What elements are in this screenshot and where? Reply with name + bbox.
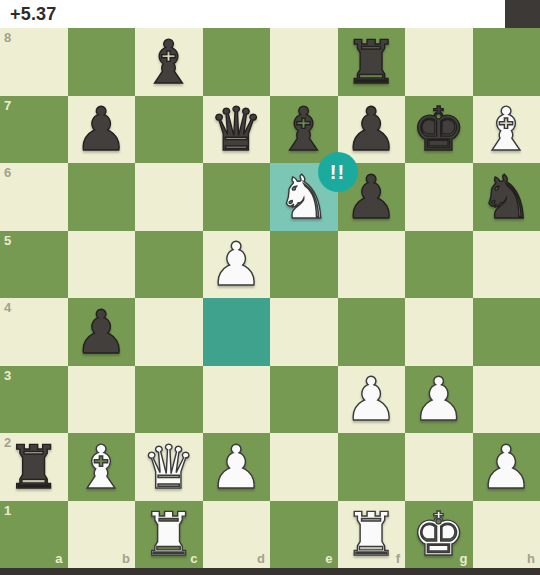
square-e7[interactable]: ♝	[270, 96, 338, 164]
square-g8[interactable]	[405, 28, 473, 96]
square-e3[interactable]	[270, 366, 338, 434]
square-g1[interactable]: g♚	[405, 501, 473, 569]
square-c2[interactable]: ♛	[135, 433, 203, 501]
square-d1[interactable]: d	[203, 501, 271, 569]
square-a4[interactable]: 4	[0, 298, 68, 366]
square-h1[interactable]: h	[473, 501, 540, 569]
piece-black-bishop[interactable]: ♝	[270, 96, 338, 164]
square-b4[interactable]: ♟	[68, 298, 136, 366]
square-f8[interactable]: ♜	[338, 28, 406, 96]
square-e6[interactable]: ♞!!	[270, 163, 338, 231]
square-h8[interactable]	[473, 28, 540, 96]
file-label-b: b	[122, 552, 130, 565]
square-h3[interactable]	[473, 366, 540, 434]
eval-header: +5.37	[0, 0, 540, 28]
piece-white-bishop[interactable]: ♝	[68, 433, 136, 501]
piece-black-pawn[interactable]: ♟	[68, 298, 136, 366]
square-g4[interactable]	[405, 298, 473, 366]
file-label-h: h	[527, 552, 535, 565]
square-e8[interactable]	[270, 28, 338, 96]
piece-black-king[interactable]: ♚	[405, 96, 473, 164]
piece-white-pawn[interactable]: ♟	[405, 366, 473, 434]
file-label-d: d	[257, 552, 265, 565]
square-d3[interactable]	[203, 366, 271, 434]
square-a6[interactable]: 6	[0, 163, 68, 231]
square-c3[interactable]	[135, 366, 203, 434]
square-e2[interactable]	[270, 433, 338, 501]
rank-label-6: 6	[4, 166, 11, 179]
square-h6[interactable]: ♞	[473, 163, 540, 231]
header-corner-box	[505, 0, 540, 28]
square-a1[interactable]: 1a	[0, 501, 68, 569]
square-c5[interactable]	[135, 231, 203, 299]
square-b5[interactable]	[68, 231, 136, 299]
square-c6[interactable]	[135, 163, 203, 231]
square-f5[interactable]	[338, 231, 406, 299]
square-h2[interactable]: ♟	[473, 433, 540, 501]
square-f3[interactable]: ♟	[338, 366, 406, 434]
square-f1[interactable]: f♜	[338, 501, 406, 569]
piece-white-pawn[interactable]: ♟	[338, 366, 406, 434]
square-d4[interactable]	[203, 298, 271, 366]
square-d7[interactable]: ♛	[203, 96, 271, 164]
piece-black-knight[interactable]: ♞	[473, 163, 540, 231]
file-label-e: e	[325, 552, 332, 565]
piece-white-bishop[interactable]: ♝	[473, 96, 540, 164]
square-a7[interactable]: 7	[0, 96, 68, 164]
square-d5[interactable]: ♟	[203, 231, 271, 299]
rank-label-7: 7	[4, 99, 11, 112]
rank-label-5: 5	[4, 234, 11, 247]
square-d8[interactable]	[203, 28, 271, 96]
square-b8[interactable]	[68, 28, 136, 96]
piece-black-pawn[interactable]: ♟	[338, 96, 406, 164]
square-f2[interactable]	[338, 433, 406, 501]
piece-black-rook[interactable]: ♜	[338, 28, 406, 96]
square-f7[interactable]: ♟	[338, 96, 406, 164]
piece-white-rook[interactable]: ♜	[135, 501, 203, 569]
square-c4[interactable]	[135, 298, 203, 366]
piece-white-pawn[interactable]: ♟	[473, 433, 540, 501]
square-b6[interactable]	[68, 163, 136, 231]
rank-label-8: 8	[4, 31, 11, 44]
square-g5[interactable]	[405, 231, 473, 299]
piece-black-rook[interactable]: ♜	[0, 433, 68, 501]
square-b3[interactable]	[68, 366, 136, 434]
piece-black-queen[interactable]: ♛	[203, 96, 271, 164]
evaluation-score: +5.37	[0, 4, 57, 25]
piece-white-rook[interactable]: ♜	[338, 501, 406, 569]
square-h5[interactable]	[473, 231, 540, 299]
bottom-bar	[0, 568, 540, 575]
square-b1[interactable]: b	[68, 501, 136, 569]
square-g3[interactable]: ♟	[405, 366, 473, 434]
square-g2[interactable]	[405, 433, 473, 501]
square-f4[interactable]	[338, 298, 406, 366]
square-e5[interactable]	[270, 231, 338, 299]
square-a8[interactable]: 8	[0, 28, 68, 96]
square-a2[interactable]: 2♜	[0, 433, 68, 501]
square-b7[interactable]: ♟	[68, 96, 136, 164]
square-c7[interactable]	[135, 96, 203, 164]
piece-black-bishop[interactable]: ♝	[135, 28, 203, 96]
rank-label-1: 1	[4, 504, 11, 517]
rank-label-3: 3	[4, 369, 11, 382]
square-b2[interactable]: ♝	[68, 433, 136, 501]
brilliant-move-badge: !!	[318, 152, 358, 192]
square-g7[interactable]: ♚	[405, 96, 473, 164]
square-a3[interactable]: 3	[0, 366, 68, 434]
square-h7[interactable]: ♝	[473, 96, 540, 164]
square-a5[interactable]: 5	[0, 231, 68, 299]
square-e1[interactable]: e	[270, 501, 338, 569]
square-d2[interactable]: ♟	[203, 433, 271, 501]
square-e4[interactable]	[270, 298, 338, 366]
piece-white-pawn[interactable]: ♟	[203, 433, 271, 501]
piece-black-pawn[interactable]: ♟	[68, 96, 136, 164]
rank-label-4: 4	[4, 301, 11, 314]
piece-white-king[interactable]: ♚	[405, 501, 473, 569]
file-label-a: a	[55, 552, 62, 565]
piece-white-pawn[interactable]: ♟	[203, 231, 271, 299]
square-d6[interactable]	[203, 163, 271, 231]
square-h4[interactable]	[473, 298, 540, 366]
square-c1[interactable]: c♜	[135, 501, 203, 569]
piece-white-queen[interactable]: ♛	[135, 433, 203, 501]
chess-board[interactable]: 8♝♜7♟♛♝♟♚♝6♞!!♟♞5♟4♟3♟♟2♜♝♛♟♟1abc♜def♜g♚…	[0, 28, 540, 568]
square-g6[interactable]	[405, 163, 473, 231]
square-c8[interactable]: ♝	[135, 28, 203, 96]
